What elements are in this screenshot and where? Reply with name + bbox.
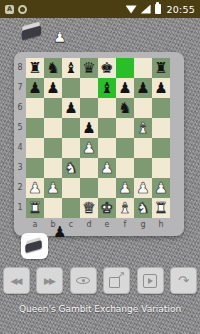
square-h8[interactable]: ♜ — [152, 58, 170, 78]
black-rook: ♜ — [28, 58, 41, 78]
square-c5[interactable] — [62, 118, 80, 138]
rank-labels: 87654321 — [14, 58, 26, 218]
square-e6[interactable] — [98, 98, 116, 118]
black-rook: ♜ — [154, 58, 167, 78]
square-d5[interactable]: ♟ — [80, 118, 98, 138]
chess-app-screen: A 20:55 ♟ 87654321 ♜♞♝♛♚♜♟♟♝♟♟♟♟♞♟♝♟♞♟♟♟… — [0, 0, 200, 334]
variation-button[interactable]: ↷ — [170, 267, 197, 294]
square-g8[interactable] — [134, 58, 152, 78]
fast-forward-icon: ▶▶ — [44, 276, 56, 286]
square-b2[interactable]: ♟ — [44, 178, 62, 198]
white-rook: ♜ — [28, 198, 41, 218]
square-b8[interactable]: ♞ — [44, 58, 62, 78]
square-e5[interactable] — [98, 118, 116, 138]
white-pawn: ♟ — [118, 178, 131, 198]
rank-label-8: 8 — [14, 58, 26, 78]
file-label-a: a — [26, 218, 44, 232]
square-b6[interactable] — [44, 98, 62, 118]
black-bishop: ♝ — [100, 78, 113, 98]
opening-book-button[interactable] — [21, 233, 48, 259]
board-grid[interactable]: ♜♞♝♛♚♜♟♟♝♟♟♟♟♞♟♝♟♞♟♟♟♟♟♟♜♛♚♝♞♜ — [26, 58, 170, 218]
square-a7[interactable]: ♟ — [26, 78, 44, 98]
square-f1[interactable]: ♝ — [116, 198, 134, 218]
square-e2[interactable] — [98, 178, 116, 198]
square-f2[interactable]: ♟ — [116, 178, 134, 198]
white-pawn: ♟ — [154, 178, 167, 198]
square-b4[interactable] — [44, 138, 62, 158]
square-h5[interactable] — [152, 118, 170, 138]
black-pawn: ♟ — [82, 118, 95, 138]
black-pawn: ♟ — [154, 78, 167, 98]
rewind-icon: ◀◀ — [11, 276, 23, 286]
curved-arrow-icon: ↷ — [178, 274, 189, 287]
square-e3[interactable]: ♟ — [98, 158, 116, 178]
square-h7[interactable]: ♟ — [152, 78, 170, 98]
black-pawn: ♟ — [28, 78, 41, 98]
file-label-g: g — [134, 218, 152, 232]
opening-book-icon — [18, 19, 46, 43]
square-d1[interactable]: ♛ — [80, 198, 98, 218]
square-b5[interactable] — [44, 118, 62, 138]
black-bishop: ♝ — [64, 58, 77, 78]
black-pawn: ♟ — [64, 98, 77, 118]
square-g7[interactable]: ♟ — [134, 78, 152, 98]
black-pawn-indicator: ♟ — [53, 225, 66, 240]
square-g5[interactable]: ♝ — [134, 118, 152, 138]
square-a2[interactable]: ♟ — [26, 178, 44, 198]
black-pawn: ♟ — [136, 78, 149, 98]
square-a8[interactable]: ♜ — [26, 58, 44, 78]
square-d4[interactable]: ♟ — [80, 138, 98, 158]
square-g6[interactable] — [134, 98, 152, 118]
white-king: ♚ — [100, 198, 113, 218]
file-labels: abcdefgh — [26, 218, 170, 232]
square-g3[interactable] — [134, 158, 152, 178]
square-d7[interactable] — [80, 78, 98, 98]
file-label-f: f — [116, 218, 134, 232]
square-e4[interactable] — [98, 138, 116, 158]
square-d6[interactable] — [80, 98, 98, 118]
square-e1[interactable]: ♚ — [98, 198, 116, 218]
notification-circle-icon — [18, 5, 27, 14]
rank-label-3: 3 — [14, 158, 26, 178]
rank-label-4: 4 — [14, 138, 26, 158]
white-bishop: ♝ — [136, 118, 149, 138]
black-king: ♚ — [100, 58, 113, 78]
white-bishop: ♝ — [118, 198, 131, 218]
share-icon: ↗ — [117, 270, 125, 280]
white-queen: ♛ — [82, 198, 95, 218]
square-g2[interactable]: ♟ — [134, 178, 152, 198]
square-h4[interactable] — [152, 138, 170, 158]
notification-a-icon: A — [5, 5, 14, 14]
square-g4[interactable] — [134, 138, 152, 158]
file-label-d: d — [80, 218, 98, 232]
opening-name: Queen's Gambit Exchange Variation — [0, 304, 200, 314]
rank-label-7: 7 — [14, 78, 26, 98]
eye-button[interactable] — [70, 267, 97, 294]
clock-time: 20:55 — [167, 4, 195, 15]
white-pawn: ♟ — [82, 138, 95, 158]
share-button[interactable]: ↗ — [103, 267, 130, 294]
square-b3[interactable] — [44, 158, 62, 178]
square-b7[interactable]: ♟ — [44, 78, 62, 98]
signal-icon — [141, 5, 151, 14]
square-c7[interactable] — [62, 78, 80, 98]
square-c4[interactable] — [62, 138, 80, 158]
black-knight: ♞ — [118, 98, 131, 118]
rank-label-5: 5 — [14, 118, 26, 138]
rank-label-6: 6 — [14, 98, 26, 118]
square-h1[interactable]: ♜ — [152, 198, 170, 218]
square-a1[interactable]: ♜ — [26, 198, 44, 218]
wifi-icon — [126, 5, 137, 14]
play-box-icon — [143, 274, 157, 288]
white-pawn: ♟ — [46, 178, 59, 198]
square-f8[interactable] — [116, 58, 134, 78]
square-e8[interactable]: ♚ — [98, 58, 116, 78]
square-c6[interactable]: ♟ — [62, 98, 80, 118]
chess-board: 87654321 ♜♞♝♛♚♜♟♟♝♟♟♟♟♞♟♝♟♞♟♟♟♟♟♟♜♛♚♝♞♜ … — [14, 52, 184, 236]
playback-controls: ◀◀▶▶↗↷ — [0, 267, 200, 294]
play-button[interactable] — [137, 267, 164, 294]
square-e7[interactable]: ♝ — [98, 78, 116, 98]
square-a4[interactable] — [26, 138, 44, 158]
square-f3[interactable] — [116, 158, 134, 178]
square-h2[interactable]: ♟ — [152, 178, 170, 198]
square-g1[interactable]: ♞ — [134, 198, 152, 218]
black-pawn: ♟ — [118, 78, 131, 98]
white-pawn-indicator: ♟ — [53, 30, 66, 45]
black-pawn: ♟ — [46, 78, 59, 98]
fast-forward-button[interactable]: ▶▶ — [36, 267, 63, 294]
status-bar: A 20:55 — [0, 0, 200, 18]
square-c1[interactable] — [62, 198, 80, 218]
square-a6[interactable] — [26, 98, 44, 118]
rank-label-1: 1 — [14, 198, 26, 218]
square-b1[interactable] — [44, 198, 62, 218]
white-pawn: ♟ — [28, 178, 41, 198]
file-label-e: e — [98, 218, 116, 232]
square-d3[interactable] — [80, 158, 98, 178]
square-a5[interactable] — [26, 118, 44, 138]
square-d8[interactable]: ♛ — [80, 58, 98, 78]
black-knight: ♞ — [46, 58, 59, 78]
square-a3[interactable] — [26, 158, 44, 178]
square-c8[interactable]: ♝ — [62, 58, 80, 78]
eye-icon — [75, 275, 91, 287]
battery-icon — [155, 4, 161, 14]
white-pawn: ♟ — [136, 178, 149, 198]
square-f4[interactable] — [116, 138, 134, 158]
rewind-button[interactable]: ◀◀ — [3, 267, 30, 294]
white-pawn: ♟ — [100, 158, 113, 178]
square-f5[interactable] — [116, 118, 134, 138]
black-queen: ♛ — [82, 58, 95, 78]
file-label-h: h — [152, 218, 170, 232]
white-knight: ♞ — [136, 198, 149, 218]
square-f7[interactable]: ♟ — [116, 78, 134, 98]
square-h3[interactable] — [152, 158, 170, 178]
square-f6[interactable]: ♞ — [116, 98, 134, 118]
app-background: ♟ 87654321 ♜♞♝♛♚♜♟♟♝♟♟♟♟♞♟♝♟♞♟♟♟♟♟♟♜♛♚♝♞… — [0, 18, 200, 334]
square-c3[interactable]: ♞ — [62, 158, 80, 178]
square-h6[interactable] — [152, 98, 170, 118]
white-knight: ♞ — [64, 158, 77, 178]
square-d2[interactable] — [80, 178, 98, 198]
rank-label-2: 2 — [14, 178, 26, 198]
square-c2[interactable] — [62, 178, 80, 198]
white-rook: ♜ — [154, 198, 167, 218]
book-icon — [23, 236, 47, 257]
